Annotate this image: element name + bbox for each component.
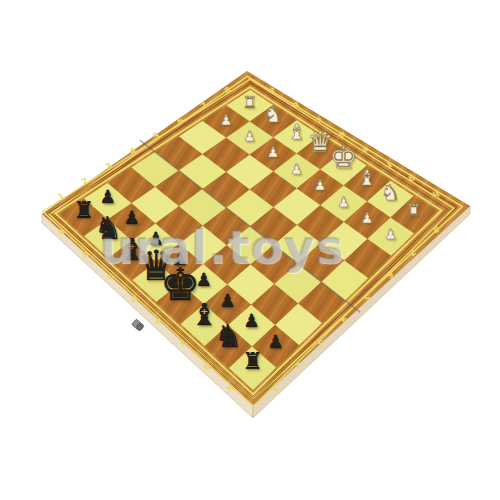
chess-board: 8877665544332211aabbccddeeffgghh (0, 0, 500, 500)
squares (60, 90, 437, 390)
product-photo: 8877665544332211aabbccddeeffgghh ♜♞♝♛♚♝♞… (0, 0, 500, 500)
clasp (132, 319, 145, 331)
